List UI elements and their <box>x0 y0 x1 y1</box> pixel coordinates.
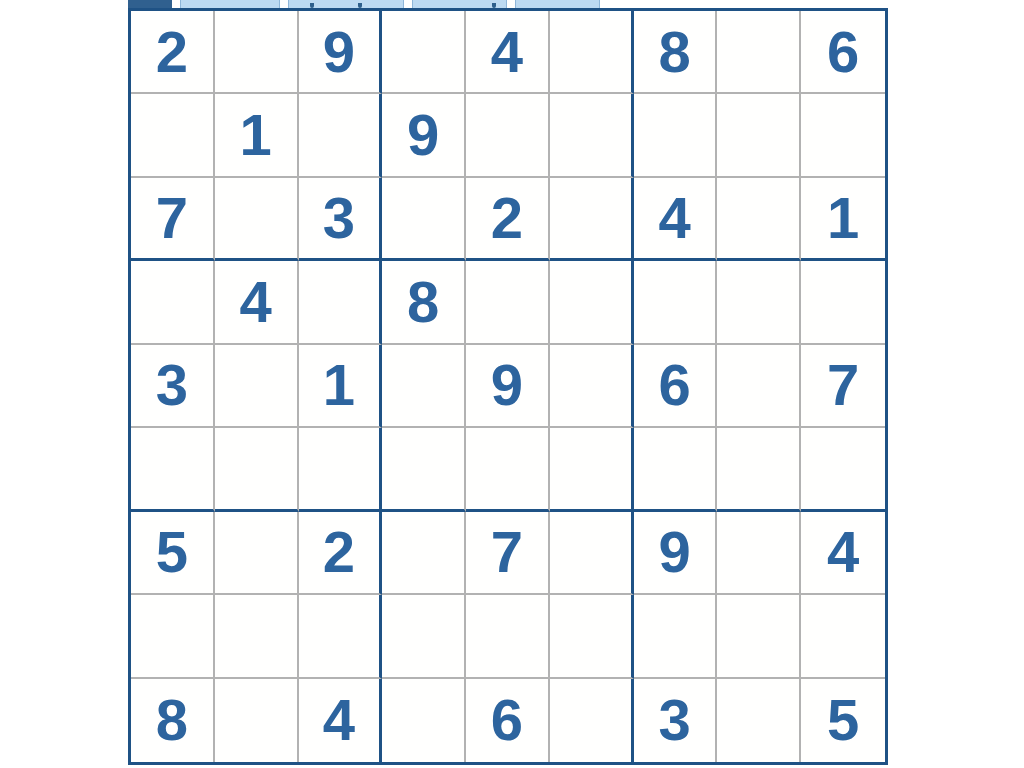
given-digit: 9 <box>491 356 523 414</box>
cell-r8c3[interactable] <box>299 595 383 678</box>
tab-active-partial[interactable] <box>128 0 172 8</box>
cell-r3c4[interactable] <box>382 178 466 261</box>
given-digit: 4 <box>323 691 355 749</box>
tab-partial-2[interactable] <box>288 0 404 8</box>
cell-r4c6[interactable] <box>550 261 634 344</box>
cell-r2c8[interactable] <box>717 94 801 177</box>
cell-r3c8[interactable] <box>717 178 801 261</box>
given-digit: 3 <box>156 356 188 414</box>
cell-r1c2[interactable] <box>215 11 299 94</box>
cell-r1c9[interactable]: 6 <box>801 11 885 94</box>
cell-r9c7[interactable]: 3 <box>634 679 718 762</box>
cell-r6c5[interactable] <box>466 428 550 511</box>
given-digit: 9 <box>658 523 690 581</box>
cell-r7c4[interactable] <box>382 512 466 595</box>
cell-r7c9[interactable]: 4 <box>801 512 885 595</box>
given-digit: 4 <box>827 523 859 581</box>
cell-r6c1[interactable] <box>131 428 215 511</box>
cell-r6c9[interactable] <box>801 428 885 511</box>
cell-r1c4[interactable] <box>382 11 466 94</box>
cell-r5c1[interactable]: 3 <box>131 345 215 428</box>
given-digit: 2 <box>323 523 355 581</box>
cell-r1c6[interactable] <box>550 11 634 94</box>
cell-r3c1[interactable]: 7 <box>131 178 215 261</box>
cell-r5c9[interactable]: 7 <box>801 345 885 428</box>
cell-r4c3[interactable] <box>299 261 383 344</box>
given-digit: 8 <box>156 691 188 749</box>
cell-r8c9[interactable] <box>801 595 885 678</box>
given-digit: 1 <box>827 189 859 247</box>
cell-r3c6[interactable] <box>550 178 634 261</box>
given-digit: 8 <box>658 23 690 81</box>
given-digit: 2 <box>156 23 188 81</box>
cell-r9c2[interactable] <box>215 679 299 762</box>
app-window: 29486197324148319675279484635 <box>0 0 1024 768</box>
cell-r9c9[interactable]: 5 <box>801 679 885 762</box>
cell-r2c3[interactable] <box>299 94 383 177</box>
cell-r2c9[interactable] <box>801 94 885 177</box>
cell-r4c1[interactable] <box>131 261 215 344</box>
cell-r4c5[interactable] <box>466 261 550 344</box>
cell-r9c8[interactable] <box>717 679 801 762</box>
cell-r9c4[interactable] <box>382 679 466 762</box>
cell-r6c6[interactable] <box>550 428 634 511</box>
cell-r8c8[interactable] <box>717 595 801 678</box>
cell-r5c7[interactable]: 6 <box>634 345 718 428</box>
cell-r2c2[interactable]: 1 <box>215 94 299 177</box>
given-digit: 4 <box>491 23 523 81</box>
cell-r9c5[interactable]: 6 <box>466 679 550 762</box>
cell-r4c4[interactable]: 8 <box>382 261 466 344</box>
cell-r9c1[interactable]: 8 <box>131 679 215 762</box>
given-digit: 6 <box>658 356 690 414</box>
cell-r2c4[interactable]: 9 <box>382 94 466 177</box>
cell-r6c4[interactable] <box>382 428 466 511</box>
cell-r5c8[interactable] <box>717 345 801 428</box>
given-digit: 8 <box>407 273 439 331</box>
cell-r3c9[interactable]: 1 <box>801 178 885 261</box>
given-digit: 4 <box>240 273 272 331</box>
given-digit: 2 <box>491 189 523 247</box>
given-digit: 5 <box>156 523 188 581</box>
cell-r1c3[interactable]: 9 <box>299 11 383 94</box>
given-digit: 4 <box>658 189 690 247</box>
cell-r7c5[interactable]: 7 <box>466 512 550 595</box>
given-digit: 7 <box>827 356 859 414</box>
cell-r7c3[interactable]: 2 <box>299 512 383 595</box>
cell-r5c2[interactable] <box>215 345 299 428</box>
cell-r4c7[interactable] <box>634 261 718 344</box>
cell-r4c9[interactable] <box>801 261 885 344</box>
cell-r2c5[interactable] <box>466 94 550 177</box>
cell-r2c7[interactable] <box>634 94 718 177</box>
cell-r8c7[interactable] <box>634 595 718 678</box>
cell-r3c3[interactable]: 3 <box>299 178 383 261</box>
cell-r9c3[interactable]: 4 <box>299 679 383 762</box>
given-digit: 5 <box>827 691 859 749</box>
tab-partial-1[interactable] <box>180 0 280 8</box>
cell-r6c2[interactable] <box>215 428 299 511</box>
cell-r1c5[interactable]: 4 <box>466 11 550 94</box>
sudoku-board: 29486197324148319675279484635 <box>128 8 888 765</box>
cell-r7c6[interactable] <box>550 512 634 595</box>
given-digit: 7 <box>491 523 523 581</box>
cell-r5c6[interactable] <box>550 345 634 428</box>
cell-r8c5[interactable] <box>466 595 550 678</box>
cell-r1c8[interactable] <box>717 11 801 94</box>
given-digit: 1 <box>240 106 272 164</box>
cell-r6c8[interactable] <box>717 428 801 511</box>
cell-r9c6[interactable] <box>550 679 634 762</box>
cell-r8c1[interactable] <box>131 595 215 678</box>
cell-r3c2[interactable] <box>215 178 299 261</box>
given-digit: 6 <box>827 23 859 81</box>
cell-r5c5[interactable]: 9 <box>466 345 550 428</box>
given-digit: 9 <box>407 106 439 164</box>
given-digit: 1 <box>323 356 355 414</box>
given-digit: 6 <box>491 691 523 749</box>
cell-r2c6[interactable] <box>550 94 634 177</box>
cell-r8c2[interactable] <box>215 595 299 678</box>
cell-r7c8[interactable] <box>717 512 801 595</box>
cell-r8c6[interactable] <box>550 595 634 678</box>
cell-r7c7[interactable]: 9 <box>634 512 718 595</box>
cell-r2c1[interactable] <box>131 94 215 177</box>
given-digit: 3 <box>658 691 690 749</box>
cell-r4c8[interactable] <box>717 261 801 344</box>
cell-r3c7[interactable]: 4 <box>634 178 718 261</box>
cell-r8c4[interactable] <box>382 595 466 678</box>
cell-r6c3[interactable] <box>299 428 383 511</box>
tab-strip <box>0 0 1024 8</box>
cell-r1c1[interactable]: 2 <box>131 11 215 94</box>
given-digit: 3 <box>323 189 355 247</box>
cell-r7c2[interactable] <box>215 512 299 595</box>
cell-r3c5[interactable]: 2 <box>466 178 550 261</box>
given-digit: 9 <box>323 23 355 81</box>
given-digit: 7 <box>156 189 188 247</box>
cell-r1c7[interactable]: 8 <box>634 11 718 94</box>
tab-partial-4[interactable] <box>515 0 600 8</box>
cell-r5c4[interactable] <box>382 345 466 428</box>
cell-r4c2[interactable]: 4 <box>215 261 299 344</box>
cell-r5c3[interactable]: 1 <box>299 345 383 428</box>
cell-r6c7[interactable] <box>634 428 718 511</box>
cell-r7c1[interactable]: 5 <box>131 512 215 595</box>
